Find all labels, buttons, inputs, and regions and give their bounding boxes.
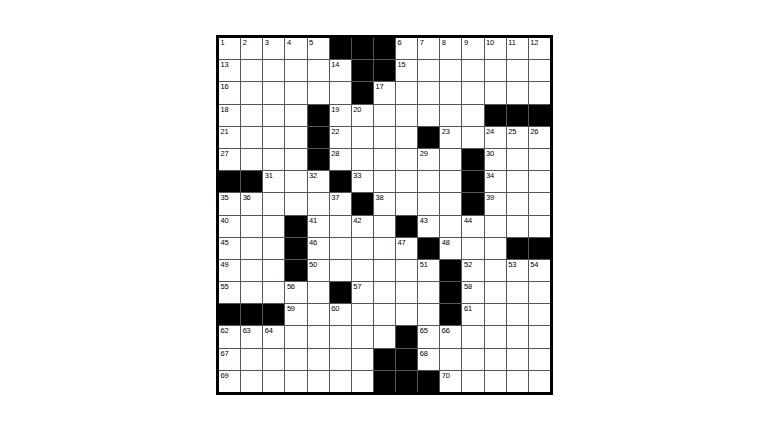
block-cell — [396, 371, 417, 392]
crossword-cell[interactable]: 1 — [219, 38, 240, 59]
clue-number: 35 — [221, 193, 229, 202]
crossword-cell[interactable] — [352, 260, 373, 281]
crossword-cell[interactable] — [263, 149, 284, 170]
crossword-cell[interactable]: 5 — [308, 38, 329, 59]
block-cell — [330, 171, 351, 192]
clue-number: 57 — [353, 282, 361, 291]
crossword-cell[interactable] — [308, 349, 329, 370]
crossword-cell[interactable] — [374, 216, 395, 237]
clue-number: 23 — [442, 127, 450, 136]
clue-number: 68 — [420, 349, 428, 358]
crossword-cell[interactable] — [285, 371, 306, 392]
clue-number: 63 — [243, 326, 251, 335]
crossword-cell[interactable] — [285, 171, 306, 192]
block-cell — [241, 171, 262, 192]
crossword-cell[interactable]: 47 — [396, 238, 417, 259]
block-cell — [485, 105, 506, 126]
crossword-cell[interactable] — [485, 371, 506, 392]
crossword-cell[interactable] — [507, 216, 528, 237]
block-cell — [330, 38, 351, 59]
crossword-cell[interactable] — [352, 326, 373, 347]
crossword-cell[interactable] — [529, 371, 550, 392]
clue-number: 67 — [221, 349, 229, 358]
crossword-cell[interactable] — [285, 127, 306, 148]
clue-number: 8 — [442, 38, 446, 47]
block-cell — [418, 127, 439, 148]
block-cell — [285, 216, 306, 237]
clue-number: 10 — [486, 38, 494, 47]
block-cell — [440, 304, 461, 325]
crossword-cell[interactable] — [263, 82, 284, 103]
crossword-cell[interactable] — [241, 149, 262, 170]
crossword-cell[interactable] — [241, 216, 262, 237]
crossword-cell[interactable] — [440, 82, 461, 103]
crossword-cell[interactable] — [374, 282, 395, 303]
block-cell — [219, 171, 240, 192]
crossword-cell[interactable] — [485, 304, 506, 325]
clue-number: 60 — [331, 304, 339, 313]
crossword-cell[interactable]: 46 — [308, 238, 329, 259]
crossword-cell[interactable] — [352, 127, 373, 148]
crossword-cell[interactable]: 61 — [462, 304, 483, 325]
clue-number: 44 — [464, 216, 472, 225]
crossword-cell[interactable] — [263, 60, 284, 81]
crossword-cell[interactable] — [396, 149, 417, 170]
crossword-cell[interactable] — [507, 282, 528, 303]
crossword-cell[interactable] — [285, 326, 306, 347]
crossword-cell[interactable] — [507, 149, 528, 170]
crossword-cell[interactable] — [374, 260, 395, 281]
crossword-cell[interactable]: 22 — [330, 127, 351, 148]
crossword-cell[interactable] — [507, 82, 528, 103]
clue-number: 20 — [353, 105, 361, 114]
crossword-cell[interactable] — [330, 326, 351, 347]
crossword-cell[interactable]: 21 — [219, 127, 240, 148]
clue-number: 6 — [398, 38, 402, 47]
clue-number: 31 — [265, 171, 273, 180]
crossword-cell[interactable] — [330, 260, 351, 281]
block-cell — [308, 149, 329, 170]
crossword-cell[interactable]: 54 — [529, 260, 550, 281]
crossword-cell[interactable] — [418, 282, 439, 303]
block-cell — [374, 38, 395, 59]
crossword-cell[interactable] — [330, 216, 351, 237]
crossword-cell[interactable]: 10 — [485, 38, 506, 59]
crossword-cell[interactable] — [330, 349, 351, 370]
clue-number: 7 — [420, 38, 424, 47]
crossword-cell[interactable] — [352, 149, 373, 170]
crossword-cell[interactable]: 14 — [330, 60, 351, 81]
crossword-cell[interactable] — [507, 304, 528, 325]
crossword-cell[interactable] — [330, 82, 351, 103]
crossword-cell[interactable] — [241, 282, 262, 303]
clue-number: 13 — [221, 60, 229, 69]
crossword-cell[interactable] — [507, 171, 528, 192]
crossword-cell[interactable] — [529, 82, 550, 103]
block-cell — [440, 260, 461, 281]
crossword-cell[interactable]: 19 — [330, 105, 351, 126]
crossword-cell[interactable] — [485, 260, 506, 281]
clue-number: 42 — [353, 216, 361, 225]
block-cell — [418, 238, 439, 259]
crossword-cell[interactable]: 36 — [241, 193, 262, 214]
block-cell — [285, 260, 306, 281]
crossword-cell[interactable] — [396, 260, 417, 281]
crossword-cell[interactable] — [330, 238, 351, 259]
crossword-cell[interactable] — [418, 304, 439, 325]
clue-number: 22 — [331, 127, 339, 136]
crossword-cell[interactable] — [418, 193, 439, 214]
crossword-cell[interactable] — [529, 216, 550, 237]
clue-number: 28 — [331, 149, 339, 158]
page: 1234567891011121314151617181920212223242… — [0, 0, 768, 432]
crossword-cell[interactable] — [462, 127, 483, 148]
crossword-cell[interactable]: 39 — [485, 193, 506, 214]
crossword-cell[interactable] — [440, 349, 461, 370]
clue-number: 16 — [221, 82, 229, 91]
block-cell — [529, 238, 550, 259]
crossword-cell[interactable]: 11 — [507, 38, 528, 59]
crossword-cell[interactable] — [396, 127, 417, 148]
crossword-cell[interactable] — [396, 282, 417, 303]
crossword-cell[interactable] — [462, 349, 483, 370]
crossword-cell[interactable] — [529, 60, 550, 81]
clue-number: 47 — [398, 238, 406, 247]
crossword-cell[interactable]: 27 — [219, 149, 240, 170]
crossword-cell[interactable] — [352, 238, 373, 259]
crossword-cell[interactable] — [396, 193, 417, 214]
crossword-cell[interactable]: 33 — [352, 171, 373, 192]
crossword-cell[interactable] — [241, 82, 262, 103]
block-cell — [352, 82, 373, 103]
crossword-cell[interactable] — [485, 282, 506, 303]
crossword-cell[interactable] — [263, 238, 284, 259]
crossword-cell[interactable]: 55 — [219, 282, 240, 303]
crossword-cell[interactable] — [330, 371, 351, 392]
clue-number: 59 — [287, 304, 295, 313]
crossword-cell[interactable] — [285, 105, 306, 126]
crossword-cell[interactable]: 65 — [418, 326, 439, 347]
clue-number: 2 — [243, 38, 247, 47]
crossword-cell[interactable] — [462, 105, 483, 126]
crossword-cell[interactable] — [263, 282, 284, 303]
block-cell — [374, 371, 395, 392]
crossword-cell[interactable]: 6 — [396, 38, 417, 59]
block-cell — [462, 149, 483, 170]
crossword-cell[interactable]: 24 — [485, 127, 506, 148]
clue-number: 48 — [442, 238, 450, 247]
crossword-cell[interactable]: 70 — [440, 371, 461, 392]
clue-number: 26 — [530, 127, 538, 136]
crossword-cell[interactable] — [396, 105, 417, 126]
clue-number: 43 — [420, 216, 428, 225]
block-cell — [330, 282, 351, 303]
crossword-cell[interactable] — [352, 304, 373, 325]
crossword-cell[interactable] — [396, 304, 417, 325]
clue-number: 33 — [353, 171, 361, 180]
crossword-cell[interactable]: 18 — [219, 105, 240, 126]
block-cell — [462, 193, 483, 214]
crossword-cell[interactable]: 41 — [308, 216, 329, 237]
block-cell — [263, 304, 284, 325]
crossword-cell[interactable] — [529, 282, 550, 303]
crossword-cell[interactable] — [374, 326, 395, 347]
crossword-cell[interactable] — [263, 349, 284, 370]
crossword-cell[interactable] — [374, 105, 395, 126]
block-cell — [529, 105, 550, 126]
clue-number: 18 — [221, 105, 229, 114]
crossword-cell[interactable]: 68 — [418, 349, 439, 370]
clue-number: 52 — [464, 260, 472, 269]
crossword-cell[interactable]: 13 — [219, 60, 240, 81]
crossword-cell[interactable] — [308, 282, 329, 303]
crossword-cell[interactable] — [507, 349, 528, 370]
crossword-cell[interactable] — [440, 149, 461, 170]
crossword-cell[interactable] — [485, 60, 506, 81]
block-cell — [219, 304, 240, 325]
clue-number: 40 — [221, 216, 229, 225]
clue-number: 54 — [530, 260, 538, 269]
crossword-cell[interactable]: 23 — [440, 127, 461, 148]
crossword-cell[interactable] — [308, 371, 329, 392]
clue-number: 55 — [221, 282, 229, 291]
block-cell — [440, 282, 461, 303]
crossword-cell[interactable]: 32 — [308, 171, 329, 192]
crossword-cell[interactable] — [440, 171, 461, 192]
crossword-cell[interactable] — [241, 127, 262, 148]
clue-number: 3 — [265, 38, 269, 47]
crossword-cell[interactable] — [241, 60, 262, 81]
clue-number: 9 — [464, 38, 468, 47]
clue-number: 46 — [309, 238, 317, 247]
crossword-cell[interactable]: 20 — [352, 105, 373, 126]
crossword-cell[interactable]: 57 — [352, 282, 373, 303]
crossword-cell[interactable] — [485, 82, 506, 103]
clue-number: 34 — [486, 171, 494, 180]
clue-number: 21 — [221, 127, 229, 136]
crossword-cell[interactable]: 52 — [462, 260, 483, 281]
crossword-cell[interactable]: 37 — [330, 193, 351, 214]
block-cell — [241, 304, 262, 325]
block-cell — [462, 171, 483, 192]
crossword-cell[interactable] — [308, 193, 329, 214]
clue-number: 38 — [375, 193, 383, 202]
crossword-cell[interactable]: 28 — [330, 149, 351, 170]
block-cell — [352, 38, 373, 59]
clue-number: 11 — [508, 38, 515, 47]
crossword-cell[interactable]: 26 — [529, 127, 550, 148]
crossword-cell[interactable] — [529, 149, 550, 170]
crossword-cell[interactable] — [396, 82, 417, 103]
crossword-cell[interactable]: 4 — [285, 38, 306, 59]
crossword-cell[interactable]: 59 — [285, 304, 306, 325]
clue-number: 62 — [221, 326, 229, 335]
crossword-cell[interactable] — [485, 216, 506, 237]
block-cell — [374, 60, 395, 81]
crossword-cell[interactable] — [308, 60, 329, 81]
crossword-cell[interactable] — [440, 193, 461, 214]
clue-number: 15 — [398, 60, 406, 69]
crossword-cell[interactable] — [241, 260, 262, 281]
crossword-cell[interactable]: 69 — [219, 371, 240, 392]
crossword-cell[interactable] — [462, 82, 483, 103]
crossword-cell[interactable]: 45 — [219, 238, 240, 259]
crossword-cell[interactable]: 50 — [308, 260, 329, 281]
clue-number: 4 — [287, 38, 291, 47]
clue-number: 61 — [464, 304, 472, 313]
crossword-cell[interactable]: 60 — [330, 304, 351, 325]
block-cell — [507, 105, 528, 126]
clue-number: 30 — [486, 149, 494, 158]
crossword-cell[interactable] — [263, 216, 284, 237]
crossword-cell[interactable] — [374, 149, 395, 170]
crossword-cell[interactable] — [507, 326, 528, 347]
crossword-cell[interactable] — [485, 349, 506, 370]
crossword-cell[interactable] — [374, 304, 395, 325]
crossword-cell[interactable]: 29 — [418, 149, 439, 170]
crossword-cell[interactable]: 16 — [219, 82, 240, 103]
crossword-cell[interactable]: 12 — [529, 38, 550, 59]
crossword-cell[interactable]: 15 — [396, 60, 417, 81]
crossword-cell[interactable] — [418, 60, 439, 81]
crossword-cell[interactable] — [462, 326, 483, 347]
crossword-cell[interactable]: 25 — [507, 127, 528, 148]
crossword-cell[interactable] — [241, 349, 262, 370]
crossword-cell[interactable] — [285, 349, 306, 370]
clue-number: 41 — [309, 216, 317, 225]
crossword-cell[interactable] — [440, 105, 461, 126]
block-cell — [396, 326, 417, 347]
crossword-cell[interactable] — [241, 105, 262, 126]
crossword-cell[interactable]: 7 — [418, 38, 439, 59]
crossword-cell[interactable]: 8 — [440, 38, 461, 59]
crossword-cell[interactable] — [285, 193, 306, 214]
crossword-cell[interactable]: 66 — [440, 326, 461, 347]
crossword-cell[interactable]: 67 — [219, 349, 240, 370]
clue-number: 39 — [486, 193, 494, 202]
crossword-cell[interactable]: 43 — [418, 216, 439, 237]
crossword-cell[interactable] — [507, 371, 528, 392]
crossword-cell[interactable] — [263, 127, 284, 148]
clue-number: 27 — [221, 149, 229, 158]
clue-number: 36 — [243, 193, 251, 202]
crossword-cell[interactable] — [529, 349, 550, 370]
crossword-cell[interactable] — [308, 82, 329, 103]
crossword-cell[interactable] — [485, 326, 506, 347]
crossword-cell[interactable]: 9 — [462, 38, 483, 59]
clue-number: 56 — [287, 282, 295, 291]
crossword-cell[interactable]: 49 — [219, 260, 240, 281]
crossword-cell[interactable] — [374, 127, 395, 148]
crossword-cell[interactable] — [263, 105, 284, 126]
clue-number: 25 — [508, 127, 516, 136]
crossword-grid: 1234567891011121314151617181920212223242… — [216, 35, 553, 395]
crossword-cell[interactable] — [352, 371, 373, 392]
block-cell — [352, 60, 373, 81]
crossword-cell[interactable]: 35 — [219, 193, 240, 214]
clue-number: 58 — [464, 282, 472, 291]
crossword-cell[interactable]: 62 — [219, 326, 240, 347]
crossword-cell[interactable]: 3 — [263, 38, 284, 59]
crossword-cell[interactable] — [462, 60, 483, 81]
crossword-cell[interactable]: 48 — [440, 238, 461, 259]
crossword-cell[interactable] — [507, 60, 528, 81]
clue-number: 17 — [375, 82, 383, 91]
crossword-cell[interactable]: 42 — [352, 216, 373, 237]
crossword-cell[interactable]: 17 — [374, 82, 395, 103]
crossword-cell[interactable] — [529, 326, 550, 347]
clue-number: 29 — [420, 149, 428, 158]
crossword-cell[interactable]: 31 — [263, 171, 284, 192]
crossword-cell[interactable] — [374, 238, 395, 259]
crossword-cell[interactable] — [529, 193, 550, 214]
crossword-cell[interactable] — [462, 371, 483, 392]
crossword-cell[interactable] — [418, 82, 439, 103]
clue-number: 70 — [442, 371, 450, 380]
clue-number: 49 — [221, 260, 229, 269]
crossword-cell[interactable] — [529, 171, 550, 192]
crossword-cell[interactable]: 44 — [462, 216, 483, 237]
block-cell — [285, 238, 306, 259]
crossword-cell[interactable]: 51 — [418, 260, 439, 281]
clue-number: 32 — [309, 171, 317, 180]
crossword-cell[interactable] — [263, 260, 284, 281]
crossword-cell[interactable]: 2 — [241, 38, 262, 59]
crossword-cell[interactable]: 38 — [374, 193, 395, 214]
crossword-cell[interactable] — [507, 193, 528, 214]
crossword-cell[interactable] — [529, 304, 550, 325]
crossword-cell[interactable] — [418, 171, 439, 192]
clue-number: 19 — [331, 105, 339, 114]
crossword-cell[interactable]: 63 — [241, 326, 262, 347]
block-cell — [308, 105, 329, 126]
crossword-cell[interactable] — [440, 216, 461, 237]
crossword-cell[interactable]: 34 — [485, 171, 506, 192]
crossword-cell[interactable] — [462, 238, 483, 259]
crossword-cell[interactable] — [285, 82, 306, 103]
crossword-cell[interactable] — [241, 238, 262, 259]
crossword-cell[interactable] — [285, 60, 306, 81]
block-cell — [352, 193, 373, 214]
crossword-cell[interactable] — [440, 60, 461, 81]
clue-number: 37 — [331, 193, 339, 202]
crossword-cell[interactable] — [308, 326, 329, 347]
crossword-cell[interactable]: 58 — [462, 282, 483, 303]
crossword-cell[interactable]: 64 — [263, 326, 284, 347]
crossword-cell[interactable] — [396, 171, 417, 192]
crossword-cell[interactable] — [352, 349, 373, 370]
crossword-cell[interactable]: 40 — [219, 216, 240, 237]
clue-number: 66 — [442, 326, 450, 335]
clue-number: 69 — [221, 371, 229, 380]
crossword-cell[interactable] — [263, 371, 284, 392]
crossword-cell[interactable] — [374, 171, 395, 192]
crossword-cell[interactable] — [308, 304, 329, 325]
clue-number: 14 — [331, 60, 339, 69]
crossword-cell[interactable]: 30 — [485, 149, 506, 170]
clue-number: 12 — [530, 38, 538, 47]
crossword-cell[interactable]: 53 — [507, 260, 528, 281]
crossword-cell[interactable] — [263, 193, 284, 214]
crossword-cell[interactable] — [285, 149, 306, 170]
crossword-cell[interactable]: 56 — [285, 282, 306, 303]
crossword-cell[interactable] — [485, 238, 506, 259]
crossword-cell[interactable] — [241, 371, 262, 392]
block-cell — [374, 349, 395, 370]
clue-number: 53 — [508, 260, 516, 269]
crossword-cell[interactable] — [418, 105, 439, 126]
clue-number: 51 — [420, 260, 428, 269]
